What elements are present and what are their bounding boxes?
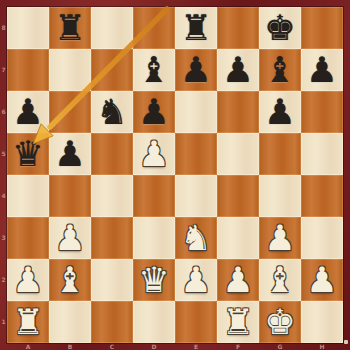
white-knight[interactable]: ♞ <box>175 217 217 259</box>
square-c2[interactable] <box>91 259 133 301</box>
rank-label-4: 4 <box>0 175 7 217</box>
file-label-g: G <box>259 343 301 350</box>
square-d4[interactable] <box>133 175 175 217</box>
black-king[interactable]: ♚ <box>259 7 301 49</box>
square-c3[interactable] <box>91 217 133 259</box>
square-h5[interactable] <box>301 133 343 175</box>
square-g8[interactable]: ♚ <box>259 7 301 49</box>
square-g4[interactable] <box>259 175 301 217</box>
square-c1[interactable] <box>91 301 133 343</box>
square-f8[interactable] <box>217 7 259 49</box>
square-h1[interactable] <box>301 301 343 343</box>
black-rook[interactable]: ♜ <box>175 7 217 49</box>
square-d3[interactable] <box>133 217 175 259</box>
file-label-f: F <box>217 343 259 350</box>
square-c6[interactable]: ♞ <box>91 91 133 133</box>
square-g5[interactable] <box>259 133 301 175</box>
square-b4[interactable] <box>49 175 91 217</box>
square-f4[interactable] <box>217 175 259 217</box>
file-label-a: A <box>7 343 49 350</box>
square-d5[interactable]: ♟ <box>133 133 175 175</box>
white-pawn[interactable]: ♟ <box>259 217 301 259</box>
square-b3[interactable]: ♟ <box>49 217 91 259</box>
white-king[interactable]: ♚ <box>259 301 301 343</box>
square-b8[interactable]: ♜ <box>49 7 91 49</box>
square-c7[interactable] <box>91 49 133 91</box>
square-e8[interactable]: ♜ <box>175 7 217 49</box>
file-label-h: H <box>301 343 343 350</box>
rank-label-1: 1 <box>0 301 7 343</box>
square-g1[interactable]: ♚ <box>259 301 301 343</box>
square-d6[interactable]: ♟ <box>133 91 175 133</box>
square-e2[interactable]: ♟ <box>175 259 217 301</box>
file-label-e: E <box>175 343 217 350</box>
square-d7[interactable]: ♝ <box>133 49 175 91</box>
square-h8[interactable] <box>301 7 343 49</box>
white-pawn[interactable]: ♟ <box>133 133 175 175</box>
square-f7[interactable]: ♟ <box>217 49 259 91</box>
white-pawn[interactable]: ♟ <box>217 259 259 301</box>
black-pawn[interactable]: ♟ <box>259 91 301 133</box>
square-e4[interactable] <box>175 175 217 217</box>
square-b7[interactable] <box>49 49 91 91</box>
square-a8[interactable] <box>7 7 49 49</box>
square-f6[interactable] <box>217 91 259 133</box>
square-f1[interactable]: ♜ <box>217 301 259 343</box>
square-h6[interactable] <box>301 91 343 133</box>
white-pawn[interactable]: ♟ <box>175 259 217 301</box>
file-label-c: C <box>91 343 133 350</box>
square-b6[interactable] <box>49 91 91 133</box>
rank-label-7: 7 <box>0 49 7 91</box>
square-b2[interactable]: ♝ <box>49 259 91 301</box>
chess-board: ♜♜♚♝♟♟♝♟♟♞♟♟♛♟♟♟♞♟♟♝♛♟♟♝♟♜♜♚ <box>7 7 343 343</box>
white-queen[interactable]: ♛ <box>133 259 175 301</box>
white-bishop[interactable]: ♝ <box>49 259 91 301</box>
square-d8[interactable] <box>133 7 175 49</box>
square-g3[interactable]: ♟ <box>259 217 301 259</box>
square-a4[interactable] <box>7 175 49 217</box>
square-h3[interactable] <box>301 217 343 259</box>
square-a1[interactable]: ♜ <box>7 301 49 343</box>
square-g7[interactable]: ♝ <box>259 49 301 91</box>
white-pawn[interactable]: ♟ <box>49 217 91 259</box>
chess-board-frame: ♜♜♚♝♟♟♝♟♟♞♟♟♛♟♟♟♞♟♟♝♛♟♟♝♟♜♜♚ 87654321ABC… <box>0 0 350 350</box>
square-e6[interactable] <box>175 91 217 133</box>
square-c8[interactable] <box>91 7 133 49</box>
white-rook[interactable]: ♜ <box>7 301 49 343</box>
square-f5[interactable] <box>217 133 259 175</box>
square-f3[interactable] <box>217 217 259 259</box>
square-e7[interactable]: ♟ <box>175 49 217 91</box>
black-knight[interactable]: ♞ <box>91 91 133 133</box>
square-d1[interactable] <box>133 301 175 343</box>
file-label-d: D <box>133 343 175 350</box>
white-bishop[interactable]: ♝ <box>259 259 301 301</box>
corner-marker <box>344 340 348 344</box>
square-f2[interactable]: ♟ <box>217 259 259 301</box>
white-pawn[interactable]: ♟ <box>301 259 343 301</box>
square-a7[interactable] <box>7 49 49 91</box>
square-g2[interactable]: ♝ <box>259 259 301 301</box>
black-bishop[interactable]: ♝ <box>133 49 175 91</box>
rank-label-5: 5 <box>0 133 7 175</box>
file-label-b: B <box>49 343 91 350</box>
square-a2[interactable]: ♟ <box>7 259 49 301</box>
square-g6[interactable]: ♟ <box>259 91 301 133</box>
square-e3[interactable]: ♞ <box>175 217 217 259</box>
rank-label-2: 2 <box>0 259 7 301</box>
black-rook[interactable]: ♜ <box>49 7 91 49</box>
square-e5[interactable] <box>175 133 217 175</box>
black-pawn[interactable]: ♟ <box>7 91 49 133</box>
square-h4[interactable] <box>301 175 343 217</box>
rank-label-8: 8 <box>0 7 7 49</box>
square-b1[interactable] <box>49 301 91 343</box>
black-pawn[interactable]: ♟ <box>49 133 91 175</box>
rank-label-6: 6 <box>0 91 7 133</box>
black-pawn[interactable]: ♟ <box>301 49 343 91</box>
square-a3[interactable] <box>7 217 49 259</box>
black-bishop[interactable]: ♝ <box>259 49 301 91</box>
square-e1[interactable] <box>175 301 217 343</box>
square-c5[interactable] <box>91 133 133 175</box>
square-h7[interactable]: ♟ <box>301 49 343 91</box>
white-pawn[interactable]: ♟ <box>7 259 49 301</box>
square-d2[interactable]: ♛ <box>133 259 175 301</box>
black-queen[interactable]: ♛ <box>7 133 49 175</box>
black-pawn[interactable]: ♟ <box>133 91 175 133</box>
square-c4[interactable] <box>91 175 133 217</box>
square-b5[interactable]: ♟ <box>49 133 91 175</box>
square-a5[interactable]: ♛ <box>7 133 49 175</box>
rank-label-3: 3 <box>0 217 7 259</box>
square-h2[interactable]: ♟ <box>301 259 343 301</box>
black-pawn[interactable]: ♟ <box>217 49 259 91</box>
black-pawn[interactable]: ♟ <box>175 49 217 91</box>
square-a6[interactable]: ♟ <box>7 91 49 133</box>
white-rook[interactable]: ♜ <box>217 301 259 343</box>
